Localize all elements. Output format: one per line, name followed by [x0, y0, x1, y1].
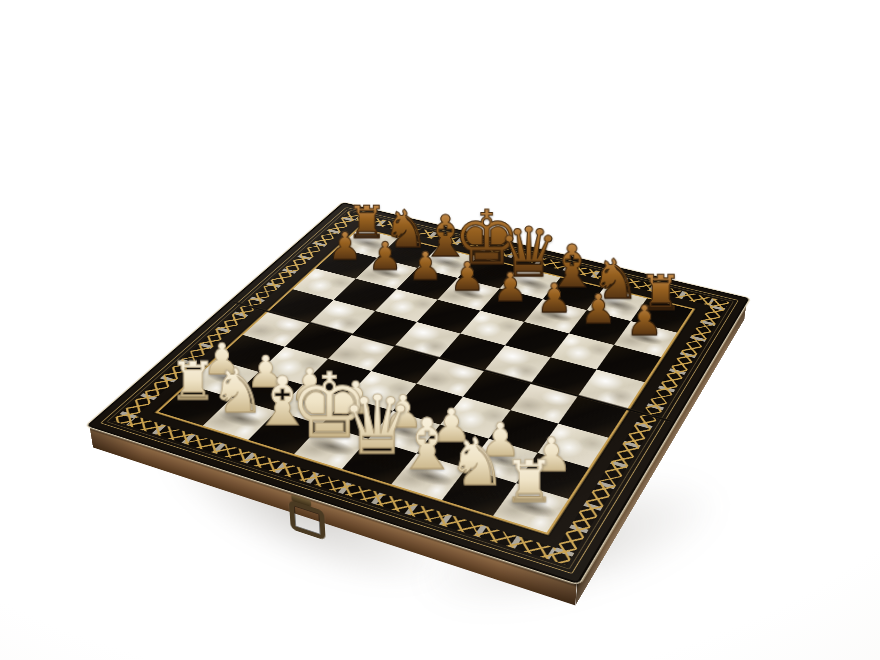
brass-clasp — [283, 492, 320, 538]
white-rook-glyph: ♜ — [460, 455, 598, 510]
studio-photo-backdrop: { "game": "chess", "position": { "fen": … — [0, 0, 880, 660]
chess-set-photo: ♜♞♝♚♛♝♞♜♟♟♟♟♟♟♟♟♟♟♟♟♟♟♟♟♜♞♝♚♛♝♞♜ — [194, 113, 684, 603]
black-pawn-glyph: ♟ — [586, 301, 704, 340]
clasp-loop — [288, 500, 325, 541]
